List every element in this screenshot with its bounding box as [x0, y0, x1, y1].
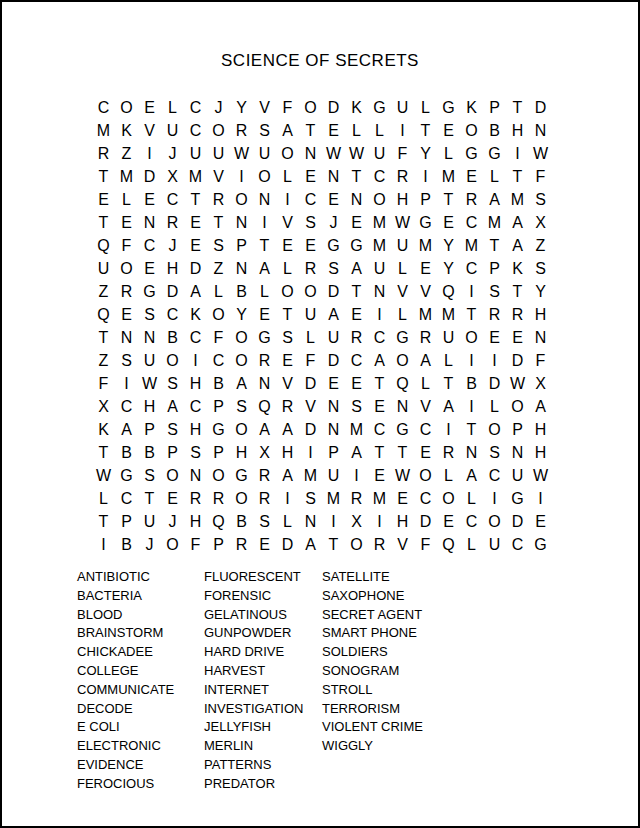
grid-cell-r8c7[interactable]: N	[230, 257, 253, 280]
grid-cell-r4c3[interactable]: D	[138, 165, 161, 188]
grid-cell-r14c4[interactable]: A	[161, 395, 184, 418]
grid-cell-r5c16[interactable]: T	[437, 188, 460, 211]
grid-cell-r9c9[interactable]: O	[276, 280, 299, 303]
grid-cell-r10c13[interactable]: I	[368, 303, 391, 326]
grid-cell-r14c9[interactable]: R	[276, 395, 299, 418]
grid-cell-r13c9[interactable]: V	[276, 372, 299, 395]
grid-cell-r8c19[interactable]: K	[506, 257, 529, 280]
grid-cell-r14c15[interactable]: V	[414, 395, 437, 418]
grid-cell-r10c17[interactable]: T	[460, 303, 483, 326]
grid-cell-r16c14[interactable]: T	[391, 441, 414, 464]
grid-cell-r4c16[interactable]: M	[437, 165, 460, 188]
grid-cell-r18c11[interactable]: M	[322, 487, 345, 510]
grid-cell-r17c13[interactable]: E	[368, 464, 391, 487]
grid-cell-r17c20[interactable]: W	[529, 464, 552, 487]
grid-cell-r10c3[interactable]: S	[138, 303, 161, 326]
grid-cell-r20c8[interactable]: E	[253, 533, 276, 556]
grid-cell-r13c16[interactable]: T	[437, 372, 460, 395]
grid-cell-r8c1[interactable]: U	[92, 257, 115, 280]
grid-cell-r3c16[interactable]: L	[437, 142, 460, 165]
grid-cell-r16c16[interactable]: R	[437, 441, 460, 464]
grid-cell-r12c13[interactable]: A	[368, 349, 391, 372]
grid-cell-r6c5[interactable]: E	[184, 211, 207, 234]
grid-cell-r3c6[interactable]: U	[207, 142, 230, 165]
grid-cell-r14c1[interactable]: X	[92, 395, 115, 418]
grid-cell-r17c10[interactable]: M	[299, 464, 322, 487]
grid-cell-r8c20[interactable]: S	[529, 257, 552, 280]
grid-cell-r12c1[interactable]: Z	[92, 349, 115, 372]
grid-cell-r17c6[interactable]: O	[207, 464, 230, 487]
grid-cell-r1c13[interactable]: G	[368, 96, 391, 119]
grid-cell-r17c8[interactable]: R	[253, 464, 276, 487]
grid-cell-r16c9[interactable]: H	[276, 441, 299, 464]
grid-cell-r13c11[interactable]: E	[322, 372, 345, 395]
grid-cell-r20c5[interactable]: F	[184, 533, 207, 556]
grid-cell-r2c18[interactable]: B	[483, 119, 506, 142]
grid-cell-r18c18[interactable]: I	[483, 487, 506, 510]
grid-cell-r10c8[interactable]: E	[253, 303, 276, 326]
grid-cell-r2c2[interactable]: K	[115, 119, 138, 142]
grid-cell-r15c1[interactable]: K	[92, 418, 115, 441]
grid-cell-r11c6[interactable]: F	[207, 326, 230, 349]
grid-cell-r15c5[interactable]: H	[184, 418, 207, 441]
grid-cell-r3c7[interactable]: W	[230, 142, 253, 165]
grid-cell-r4c11[interactable]: N	[322, 165, 345, 188]
grid-cell-r12c19[interactable]: D	[506, 349, 529, 372]
grid-cell-r13c20[interactable]: X	[529, 372, 552, 395]
grid-cell-r18c12[interactable]: R	[345, 487, 368, 510]
grid-cell-r13c8[interactable]: N	[253, 372, 276, 395]
grid-cell-r3c5[interactable]: U	[184, 142, 207, 165]
grid-cell-r11c16[interactable]: U	[437, 326, 460, 349]
grid-cell-r2c6[interactable]: O	[207, 119, 230, 142]
grid-cell-r2c17[interactable]: O	[460, 119, 483, 142]
grid-cell-r9c11[interactable]: D	[322, 280, 345, 303]
grid-cell-r18c5[interactable]: R	[184, 487, 207, 510]
grid-cell-r10c5[interactable]: K	[184, 303, 207, 326]
grid-cell-r12c17[interactable]: I	[460, 349, 483, 372]
grid-cell-r5c20[interactable]: S	[529, 188, 552, 211]
grid-cell-r7c2[interactable]: F	[115, 234, 138, 257]
grid-cell-r8c2[interactable]: O	[115, 257, 138, 280]
grid-cell-r14c3[interactable]: H	[138, 395, 161, 418]
grid-cell-r18c2[interactable]: C	[115, 487, 138, 510]
grid-cell-r20c6[interactable]: P	[207, 533, 230, 556]
grid-cell-r8c12[interactable]: A	[345, 257, 368, 280]
grid-cell-r18c19[interactable]: G	[506, 487, 529, 510]
grid-cell-r7c10[interactable]: E	[299, 234, 322, 257]
grid-cell-r5c12[interactable]: N	[345, 188, 368, 211]
grid-cell-r13c15[interactable]: L	[414, 372, 437, 395]
grid-cell-r8c9[interactable]: L	[276, 257, 299, 280]
grid-cell-r8c5[interactable]: D	[184, 257, 207, 280]
grid-cell-r14c8[interactable]: Q	[253, 395, 276, 418]
grid-cell-r11c14[interactable]: G	[391, 326, 414, 349]
grid-cell-r17c1[interactable]: W	[92, 464, 115, 487]
grid-cell-r19c19[interactable]: D	[506, 510, 529, 533]
grid-cell-r16c6[interactable]: P	[207, 441, 230, 464]
grid-cell-r8c14[interactable]: L	[391, 257, 414, 280]
grid-cell-r1c20[interactable]: D	[529, 96, 552, 119]
grid-cell-r20c7[interactable]: R	[230, 533, 253, 556]
grid-cell-r1c4[interactable]: L	[161, 96, 184, 119]
grid-cell-r18c16[interactable]: O	[437, 487, 460, 510]
grid-cell-r17c11[interactable]: U	[322, 464, 345, 487]
grid-cell-r6c16[interactable]: E	[437, 211, 460, 234]
grid-cell-r4c10[interactable]: E	[299, 165, 322, 188]
grid-cell-r8c10[interactable]: R	[299, 257, 322, 280]
grid-cell-r16c17[interactable]: N	[460, 441, 483, 464]
grid-cell-r17c3[interactable]: S	[138, 464, 161, 487]
grid-cell-r7c3[interactable]: C	[138, 234, 161, 257]
grid-cell-r16c1[interactable]: T	[92, 441, 115, 464]
grid-cell-r8c4[interactable]: H	[161, 257, 184, 280]
grid-cell-r19c12[interactable]: X	[345, 510, 368, 533]
grid-cell-r5c13[interactable]: O	[368, 188, 391, 211]
grid-cell-r4c2[interactable]: M	[115, 165, 138, 188]
grid-cell-r2c14[interactable]: I	[391, 119, 414, 142]
grid-cell-r11c13[interactable]: C	[368, 326, 391, 349]
grid-cell-r11c4[interactable]: B	[161, 326, 184, 349]
grid-cell-r7c13[interactable]: M	[368, 234, 391, 257]
grid-cell-r7c17[interactable]: M	[460, 234, 483, 257]
grid-cell-r10c10[interactable]: U	[299, 303, 322, 326]
grid-cell-r10c16[interactable]: M	[437, 303, 460, 326]
grid-cell-r11c19[interactable]: E	[506, 326, 529, 349]
grid-cell-r17c17[interactable]: A	[460, 464, 483, 487]
grid-cell-r14c2[interactable]: C	[115, 395, 138, 418]
grid-cell-r11c7[interactable]: O	[230, 326, 253, 349]
grid-cell-r7c4[interactable]: J	[161, 234, 184, 257]
grid-cell-r18c14[interactable]: E	[391, 487, 414, 510]
grid-cell-r11c12[interactable]: R	[345, 326, 368, 349]
grid-cell-r18c17[interactable]: L	[460, 487, 483, 510]
grid-cell-r14c20[interactable]: A	[529, 395, 552, 418]
grid-cell-r11c3[interactable]: N	[138, 326, 161, 349]
grid-cell-r10c14[interactable]: L	[391, 303, 414, 326]
grid-cell-r20c18[interactable]: U	[483, 533, 506, 556]
grid-cell-r1c12[interactable]: K	[345, 96, 368, 119]
grid-cell-r19c5[interactable]: H	[184, 510, 207, 533]
grid-cell-r19c9[interactable]: L	[276, 510, 299, 533]
grid-cell-r9c13[interactable]: N	[368, 280, 391, 303]
grid-cell-r7c14[interactable]: U	[391, 234, 414, 257]
grid-cell-r8c17[interactable]: C	[460, 257, 483, 280]
grid-cell-r9c8[interactable]: L	[253, 280, 276, 303]
grid-cell-r19c11[interactable]: I	[322, 510, 345, 533]
grid-cell-r16c20[interactable]: H	[529, 441, 552, 464]
grid-cell-r15c12[interactable]: M	[345, 418, 368, 441]
grid-cell-r14c16[interactable]: A	[437, 395, 460, 418]
grid-cell-r2c13[interactable]: L	[368, 119, 391, 142]
grid-cell-r2c7[interactable]: R	[230, 119, 253, 142]
grid-cell-r6c11[interactable]: J	[322, 211, 345, 234]
grid-cell-r19c3[interactable]: U	[138, 510, 161, 533]
grid-cell-r20c15[interactable]: F	[414, 533, 437, 556]
grid-cell-r19c1[interactable]: T	[92, 510, 115, 533]
grid-cell-r3c18[interactable]: G	[483, 142, 506, 165]
grid-cell-r20c9[interactable]: D	[276, 533, 299, 556]
grid-cell-r5c3[interactable]: E	[138, 188, 161, 211]
grid-cell-r9c20[interactable]: Y	[529, 280, 552, 303]
grid-cell-r4c14[interactable]: R	[391, 165, 414, 188]
grid-cell-r16c11[interactable]: P	[322, 441, 345, 464]
grid-cell-r14c7[interactable]: S	[230, 395, 253, 418]
grid-cell-r2c4[interactable]: U	[161, 119, 184, 142]
grid-cell-r4c4[interactable]: X	[161, 165, 184, 188]
grid-cell-r19c15[interactable]: D	[414, 510, 437, 533]
grid-cell-r5c7[interactable]: O	[230, 188, 253, 211]
grid-cell-r2c20[interactable]: N	[529, 119, 552, 142]
grid-cell-r6c12[interactable]: E	[345, 211, 368, 234]
grid-cell-r11c15[interactable]: R	[414, 326, 437, 349]
grid-cell-r13c13[interactable]: T	[368, 372, 391, 395]
grid-cell-r5c9[interactable]: I	[276, 188, 299, 211]
grid-cell-r10c4[interactable]: C	[161, 303, 184, 326]
grid-cell-r20c17[interactable]: L	[460, 533, 483, 556]
grid-cell-r19c2[interactable]: P	[115, 510, 138, 533]
grid-cell-r7c7[interactable]: P	[230, 234, 253, 257]
grid-cell-r6c13[interactable]: M	[368, 211, 391, 234]
grid-cell-r1c15[interactable]: L	[414, 96, 437, 119]
grid-cell-r8c13[interactable]: U	[368, 257, 391, 280]
grid-cell-r6c1[interactable]: T	[92, 211, 115, 234]
grid-cell-r5c5[interactable]: T	[184, 188, 207, 211]
grid-cell-r1c19[interactable]: T	[506, 96, 529, 119]
grid-cell-r18c9[interactable]: I	[276, 487, 299, 510]
grid-cell-r15c10[interactable]: D	[299, 418, 322, 441]
grid-cell-r16c5[interactable]: S	[184, 441, 207, 464]
grid-cell-r10c12[interactable]: E	[345, 303, 368, 326]
grid-cell-r12c2[interactable]: S	[115, 349, 138, 372]
grid-cell-r13c5[interactable]: H	[184, 372, 207, 395]
grid-cell-r15c16[interactable]: I	[437, 418, 460, 441]
grid-cell-r15c18[interactable]: O	[483, 418, 506, 441]
grid-cell-r20c11[interactable]: T	[322, 533, 345, 556]
grid-cell-r14c6[interactable]: P	[207, 395, 230, 418]
grid-cell-r9c1[interactable]: Z	[92, 280, 115, 303]
grid-cell-r7c15[interactable]: M	[414, 234, 437, 257]
grid-cell-r2c15[interactable]: T	[414, 119, 437, 142]
grid-cell-r2c16[interactable]: E	[437, 119, 460, 142]
grid-cell-r1c16[interactable]: G	[437, 96, 460, 119]
grid-cell-r1c7[interactable]: Y	[230, 96, 253, 119]
grid-cell-r19c14[interactable]: H	[391, 510, 414, 533]
grid-cell-r15c11[interactable]: N	[322, 418, 345, 441]
grid-cell-r3c4[interactable]: J	[161, 142, 184, 165]
grid-cell-r10c20[interactable]: H	[529, 303, 552, 326]
grid-cell-r11c20[interactable]: N	[529, 326, 552, 349]
grid-cell-r12c7[interactable]: O	[230, 349, 253, 372]
grid-cell-r9c7[interactable]: B	[230, 280, 253, 303]
grid-cell-r17c16[interactable]: L	[437, 464, 460, 487]
grid-cell-r19c10[interactable]: N	[299, 510, 322, 533]
grid-cell-r15c15[interactable]: C	[414, 418, 437, 441]
grid-cell-r7c9[interactable]: E	[276, 234, 299, 257]
grid-cell-r19c16[interactable]: E	[437, 510, 460, 533]
grid-cell-r1c3[interactable]: E	[138, 96, 161, 119]
grid-cell-r20c1[interactable]: I	[92, 533, 115, 556]
grid-cell-r6c9[interactable]: V	[276, 211, 299, 234]
grid-cell-r16c12[interactable]: A	[345, 441, 368, 464]
grid-cell-r12c9[interactable]: E	[276, 349, 299, 372]
grid-cell-r7c8[interactable]: T	[253, 234, 276, 257]
grid-cell-r6c7[interactable]: N	[230, 211, 253, 234]
grid-cell-r15c7[interactable]: O	[230, 418, 253, 441]
grid-cell-r20c19[interactable]: C	[506, 533, 529, 556]
grid-cell-r11c18[interactable]: E	[483, 326, 506, 349]
grid-cell-r3c17[interactable]: G	[460, 142, 483, 165]
grid-cell-r1c18[interactable]: P	[483, 96, 506, 119]
grid-cell-r12c18[interactable]: I	[483, 349, 506, 372]
grid-cell-r10c18[interactable]: R	[483, 303, 506, 326]
grid-cell-r12c20[interactable]: F	[529, 349, 552, 372]
grid-cell-r20c13[interactable]: R	[368, 533, 391, 556]
grid-cell-r11c11[interactable]: U	[322, 326, 345, 349]
grid-cell-r15c20[interactable]: H	[529, 418, 552, 441]
grid-cell-r9c19[interactable]: T	[506, 280, 529, 303]
grid-cell-r14c12[interactable]: S	[345, 395, 368, 418]
grid-cell-r6c19[interactable]: A	[506, 211, 529, 234]
grid-cell-r5c15[interactable]: P	[414, 188, 437, 211]
grid-cell-r19c8[interactable]: S	[253, 510, 276, 533]
grid-cell-r8c16[interactable]: Y	[437, 257, 460, 280]
grid-cell-r4c17[interactable]: E	[460, 165, 483, 188]
grid-cell-r4c15[interactable]: I	[414, 165, 437, 188]
grid-cell-r19c20[interactable]: E	[529, 510, 552, 533]
grid-cell-r1c2[interactable]: O	[115, 96, 138, 119]
grid-cell-r17c4[interactable]: O	[161, 464, 184, 487]
grid-cell-r12c3[interactable]: U	[138, 349, 161, 372]
grid-cell-r16c15[interactable]: E	[414, 441, 437, 464]
grid-cell-r7c11[interactable]: G	[322, 234, 345, 257]
grid-cell-r5c14[interactable]: H	[391, 188, 414, 211]
grid-cell-r9c3[interactable]: G	[138, 280, 161, 303]
grid-cell-r18c1[interactable]: L	[92, 487, 115, 510]
grid-cell-r11c8[interactable]: G	[253, 326, 276, 349]
grid-cell-r20c4[interactable]: O	[161, 533, 184, 556]
grid-cell-r12c8[interactable]: R	[253, 349, 276, 372]
grid-cell-r19c6[interactable]: Q	[207, 510, 230, 533]
grid-cell-r6c4[interactable]: R	[161, 211, 184, 234]
grid-cell-r1c8[interactable]: V	[253, 96, 276, 119]
grid-cell-r14c13[interactable]: E	[368, 395, 391, 418]
grid-cell-r5c4[interactable]: C	[161, 188, 184, 211]
grid-cell-r7c12[interactable]: G	[345, 234, 368, 257]
grid-cell-r20c20[interactable]: G	[529, 533, 552, 556]
grid-cell-r14c10[interactable]: V	[299, 395, 322, 418]
grid-cell-r1c11[interactable]: D	[322, 96, 345, 119]
grid-cell-r1c9[interactable]: F	[276, 96, 299, 119]
grid-cell-r20c12[interactable]: O	[345, 533, 368, 556]
grid-cell-r18c20[interactable]: I	[529, 487, 552, 510]
grid-cell-r6c3[interactable]: N	[138, 211, 161, 234]
grid-cell-r5c11[interactable]: E	[322, 188, 345, 211]
grid-cell-r2c9[interactable]: A	[276, 119, 299, 142]
grid-cell-r17c2[interactable]: G	[115, 464, 138, 487]
grid-cell-r11c5[interactable]: C	[184, 326, 207, 349]
grid-cell-r18c7[interactable]: O	[230, 487, 253, 510]
grid-cell-r2c1[interactable]: M	[92, 119, 115, 142]
grid-cell-r4c12[interactable]: T	[345, 165, 368, 188]
grid-cell-r17c19[interactable]: U	[506, 464, 529, 487]
grid-cell-r4c6[interactable]: V	[207, 165, 230, 188]
grid-cell-r3c8[interactable]: U	[253, 142, 276, 165]
grid-cell-r13c4[interactable]: S	[161, 372, 184, 395]
grid-cell-r7c1[interactable]: Q	[92, 234, 115, 257]
grid-cell-r16c7[interactable]: H	[230, 441, 253, 464]
grid-cell-r15c3[interactable]: P	[138, 418, 161, 441]
grid-cell-r9c5[interactable]: A	[184, 280, 207, 303]
grid-cell-r9c12[interactable]: T	[345, 280, 368, 303]
grid-cell-r7c16[interactable]: Y	[437, 234, 460, 257]
grid-cell-r1c17[interactable]: K	[460, 96, 483, 119]
grid-cell-r6c17[interactable]: C	[460, 211, 483, 234]
grid-cell-r1c10[interactable]: O	[299, 96, 322, 119]
grid-cell-r14c17[interactable]: I	[460, 395, 483, 418]
grid-cell-r4c8[interactable]: O	[253, 165, 276, 188]
grid-cell-r3c20[interactable]: W	[529, 142, 552, 165]
grid-cell-r15c13[interactable]: C	[368, 418, 391, 441]
grid-cell-r17c7[interactable]: G	[230, 464, 253, 487]
grid-cell-r14c19[interactable]: O	[506, 395, 529, 418]
grid-cell-r5c2[interactable]: L	[115, 188, 138, 211]
grid-cell-r2c8[interactable]: S	[253, 119, 276, 142]
grid-cell-r17c14[interactable]: W	[391, 464, 414, 487]
grid-cell-r17c9[interactable]: A	[276, 464, 299, 487]
grid-cell-r16c2[interactable]: B	[115, 441, 138, 464]
grid-cell-r11c2[interactable]: N	[115, 326, 138, 349]
grid-cell-r1c5[interactable]: C	[184, 96, 207, 119]
grid-cell-r9c4[interactable]: D	[161, 280, 184, 303]
grid-cell-r14c14[interactable]: N	[391, 395, 414, 418]
grid-cell-r13c6[interactable]: B	[207, 372, 230, 395]
grid-cell-r13c17[interactable]: B	[460, 372, 483, 395]
grid-cell-r8c6[interactable]: Z	[207, 257, 230, 280]
grid-cell-r4c19[interactable]: T	[506, 165, 529, 188]
grid-cell-r6c10[interactable]: S	[299, 211, 322, 234]
grid-cell-r10c6[interactable]: O	[207, 303, 230, 326]
grid-cell-r19c4[interactable]: J	[161, 510, 184, 533]
grid-cell-r4c7[interactable]: I	[230, 165, 253, 188]
grid-cell-r9c18[interactable]: S	[483, 280, 506, 303]
grid-cell-r8c15[interactable]: E	[414, 257, 437, 280]
grid-cell-r18c8[interactable]: R	[253, 487, 276, 510]
grid-cell-r4c13[interactable]: C	[368, 165, 391, 188]
grid-cell-r8c8[interactable]: A	[253, 257, 276, 280]
grid-cell-r17c18[interactable]: C	[483, 464, 506, 487]
grid-cell-r13c2[interactable]: I	[115, 372, 138, 395]
grid-cell-r9c10[interactable]: O	[299, 280, 322, 303]
grid-cell-r4c9[interactable]: L	[276, 165, 299, 188]
grid-cell-r5c18[interactable]: A	[483, 188, 506, 211]
grid-cell-r3c10[interactable]: N	[299, 142, 322, 165]
grid-cell-r10c11[interactable]: A	[322, 303, 345, 326]
grid-cell-r15c6[interactable]: G	[207, 418, 230, 441]
grid-cell-r8c18[interactable]: P	[483, 257, 506, 280]
grid-cell-r10c15[interactable]: M	[414, 303, 437, 326]
grid-cell-r9c16[interactable]: Q	[437, 280, 460, 303]
grid-cell-r20c14[interactable]: V	[391, 533, 414, 556]
grid-cell-r16c10[interactable]: I	[299, 441, 322, 464]
grid-cell-r15c8[interactable]: A	[253, 418, 276, 441]
grid-cell-r14c5[interactable]: C	[184, 395, 207, 418]
grid-cell-r20c10[interactable]: A	[299, 533, 322, 556]
grid-cell-r12c6[interactable]: C	[207, 349, 230, 372]
grid-cell-r6c18[interactable]: M	[483, 211, 506, 234]
grid-cell-r18c10[interactable]: S	[299, 487, 322, 510]
grid-cell-r17c15[interactable]: O	[414, 464, 437, 487]
